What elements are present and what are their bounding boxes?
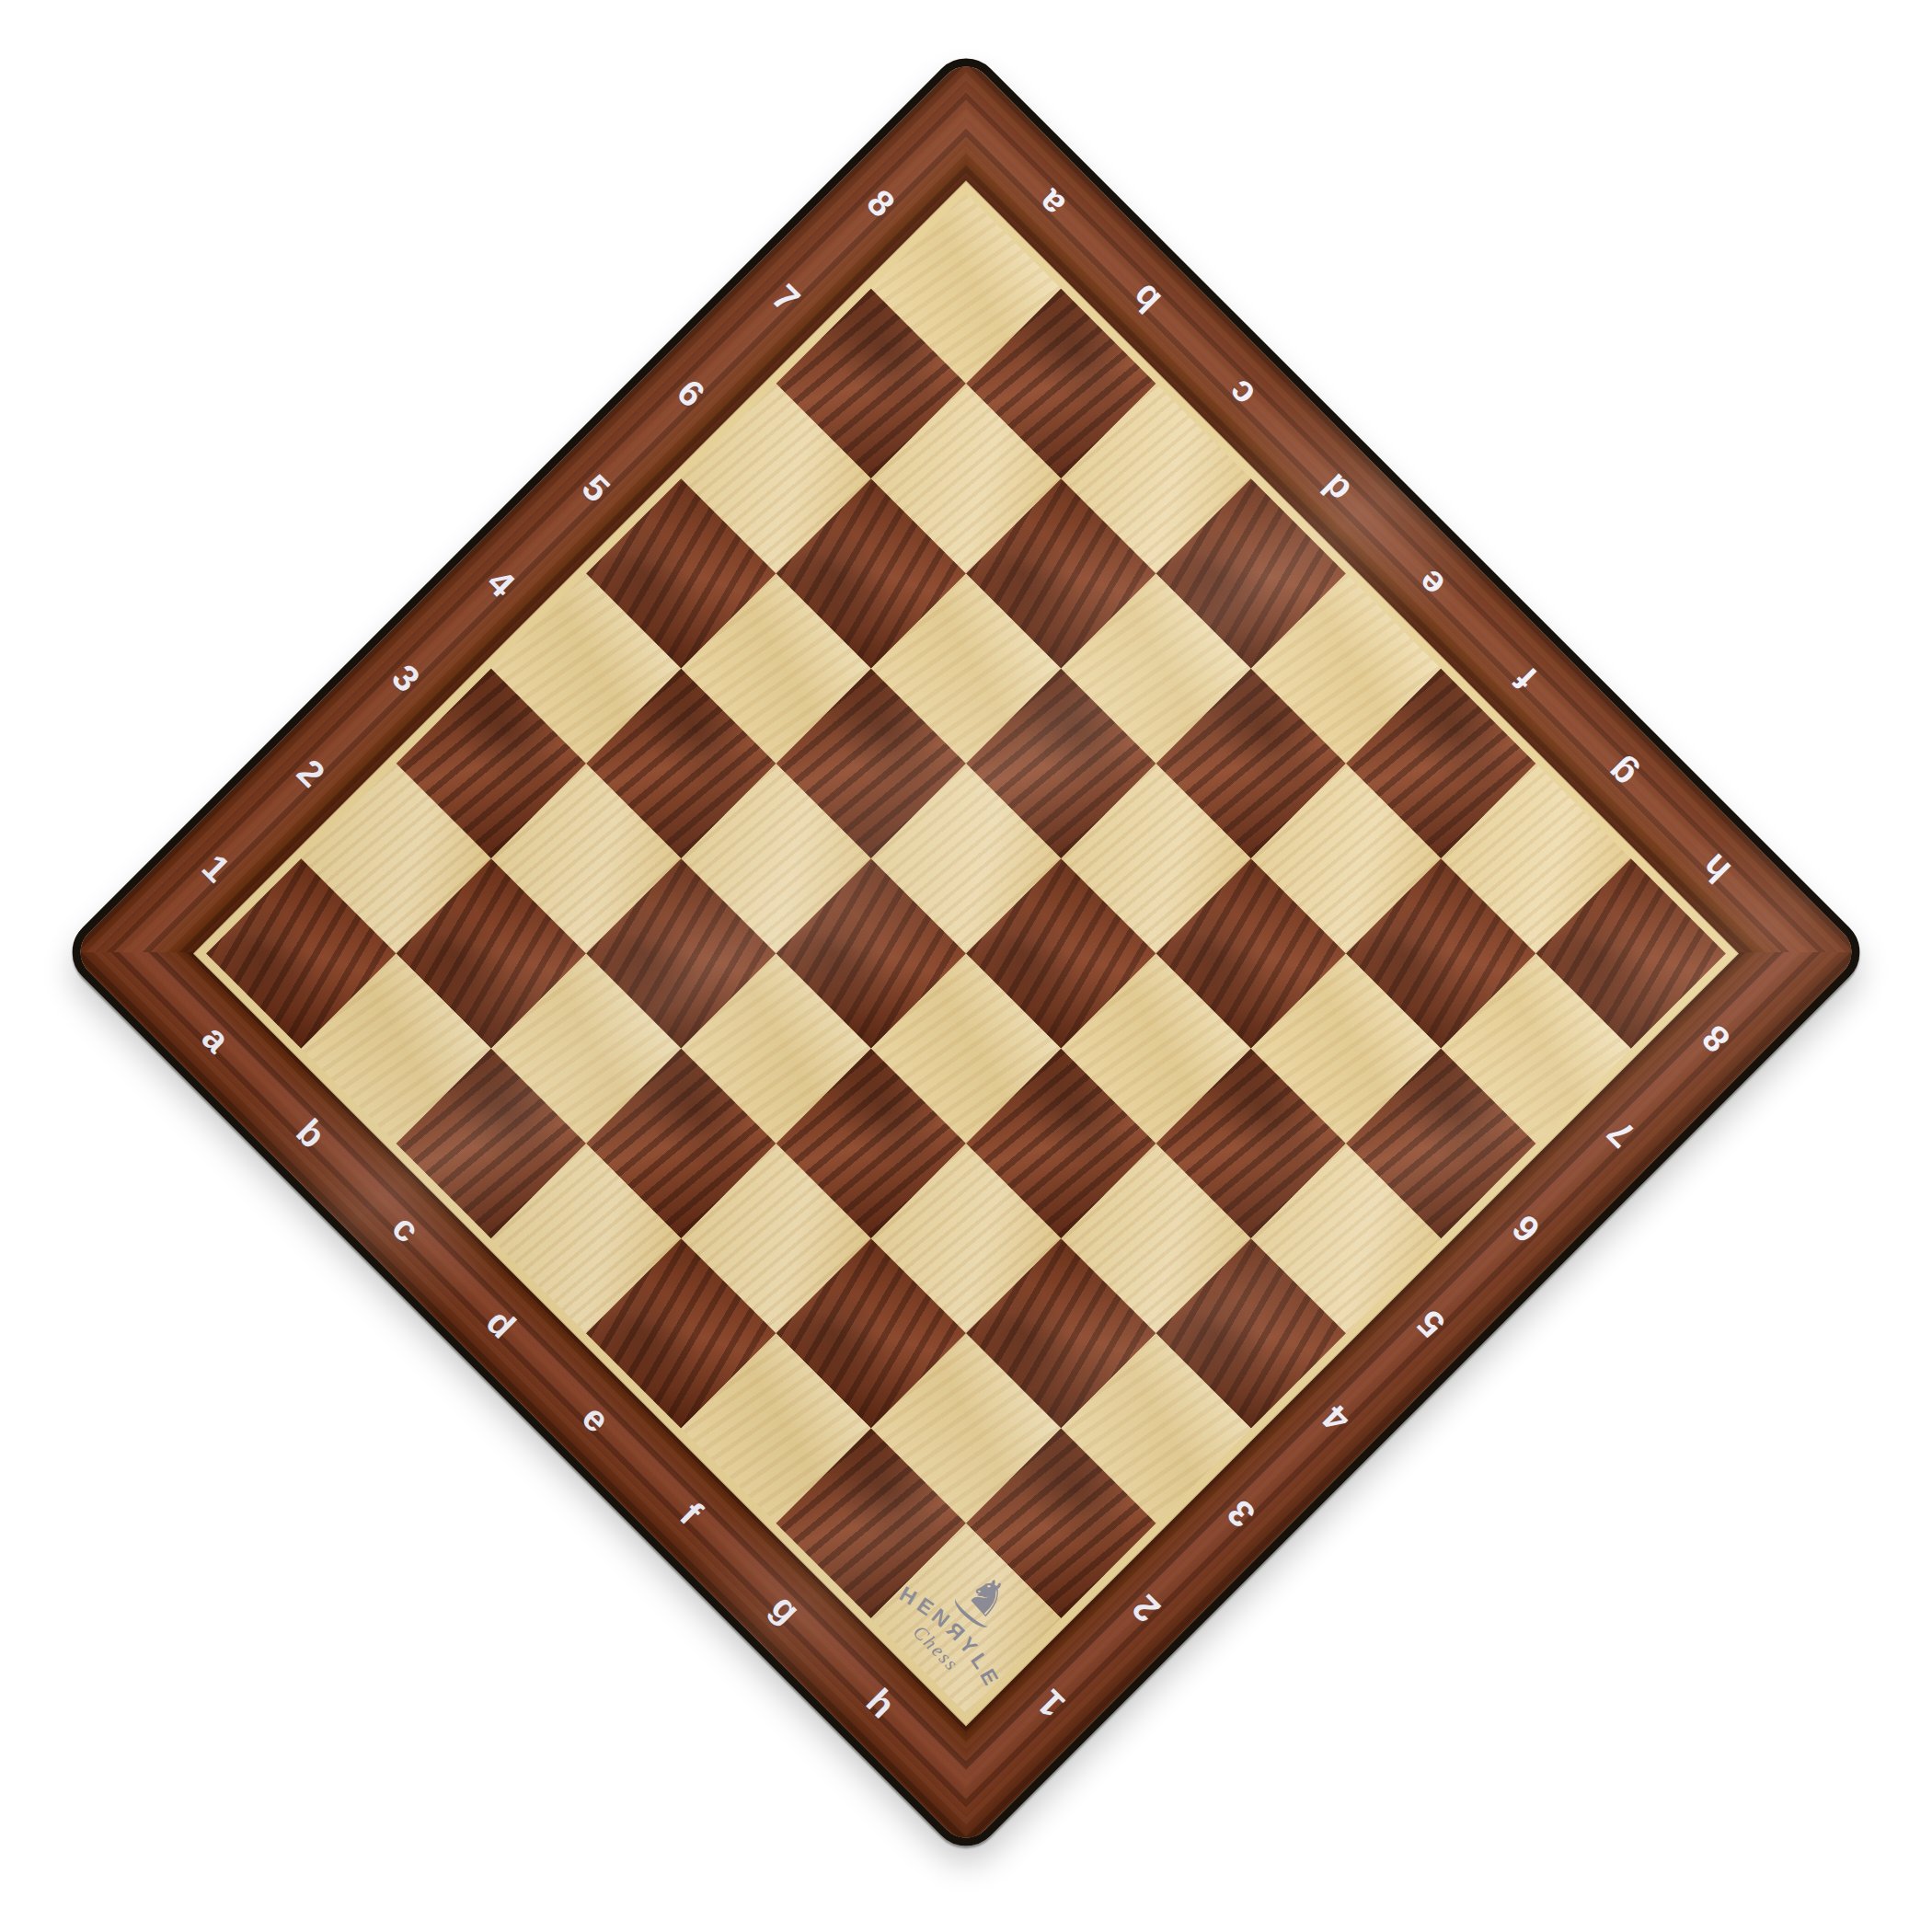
chess-board: ♞ HENЯYLE Chess 8765432187654321abcdefgh… bbox=[58, 44, 1874, 1860]
maple-inlay-line: ♞ HENЯYLE Chess bbox=[193, 181, 1739, 1727]
photo-background: ♞ HENЯYLE Chess 8765432187654321abcdefgh… bbox=[0, 0, 1932, 1932]
playing-field: ♞ HENЯYLE Chess bbox=[206, 194, 1726, 1714]
board-frame: ♞ HENЯYLE Chess 8765432187654321abcdefgh… bbox=[70, 56, 1863, 1849]
board-edge-rim: ♞ HENЯYLE Chess 8765432187654321abcdefgh… bbox=[58, 44, 1874, 1860]
